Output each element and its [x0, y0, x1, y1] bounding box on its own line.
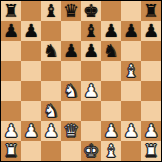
square-b4[interactable] — [21, 81, 41, 101]
square-h6[interactable] — [141, 41, 161, 61]
square-b8[interactable] — [21, 1, 41, 21]
square-b1[interactable] — [21, 141, 41, 161]
square-e6[interactable]: ♟ — [81, 41, 101, 61]
white-pawn: ♟ — [101, 121, 121, 141]
square-d7[interactable] — [61, 21, 81, 41]
square-a2[interactable]: ♟ — [1, 121, 21, 141]
square-g5[interactable]: ♝ — [121, 61, 141, 81]
black-pawn: ♟ — [81, 41, 101, 61]
white-pawn: ♟ — [121, 121, 141, 141]
white-queen: ♛ — [61, 121, 81, 141]
square-e1[interactable]: ♚ — [81, 141, 101, 161]
white-pawn: ♟ — [21, 121, 41, 141]
black-queen: ♛ — [61, 1, 81, 21]
square-h7[interactable]: ♟ — [141, 21, 161, 41]
square-f4[interactable] — [101, 81, 121, 101]
black-rook: ♜ — [141, 1, 161, 21]
square-c2[interactable]: ♟ — [41, 121, 61, 141]
black-pawn: ♟ — [121, 21, 141, 41]
black-pawn: ♟ — [21, 21, 41, 41]
square-e3[interactable] — [81, 101, 101, 121]
square-c1[interactable] — [41, 141, 61, 161]
square-a5[interactable] — [1, 61, 21, 81]
square-g4[interactable] — [121, 81, 141, 101]
square-g1[interactable] — [121, 141, 141, 161]
black-knight: ♞ — [41, 41, 61, 61]
white-bishop: ♝ — [101, 141, 121, 161]
black-pawn: ♟ — [61, 41, 81, 61]
white-king: ♚ — [81, 141, 101, 161]
square-f5[interactable] — [101, 61, 121, 81]
square-g7[interactable]: ♟ — [121, 21, 141, 41]
square-a3[interactable] — [1, 101, 21, 121]
chess-board: ♜♝♛♚♜♟♟♝♟♟♟♞♟♟♞♝♞♟♞♟♟♟♛♟♟♟♜♚♝♜ — [0, 0, 162, 162]
square-e4[interactable]: ♟ — [81, 81, 101, 101]
square-e8[interactable]: ♚ — [81, 1, 101, 21]
square-d1[interactable] — [61, 141, 81, 161]
black-rook: ♜ — [1, 1, 21, 21]
square-g6[interactable] — [121, 41, 141, 61]
square-f2[interactable]: ♟ — [101, 121, 121, 141]
white-knight: ♞ — [61, 81, 81, 101]
white-pawn: ♟ — [81, 81, 101, 101]
square-d8[interactable]: ♛ — [61, 1, 81, 21]
square-h5[interactable] — [141, 61, 161, 81]
square-e7[interactable]: ♝ — [81, 21, 101, 41]
square-h1[interactable]: ♜ — [141, 141, 161, 161]
square-c7[interactable] — [41, 21, 61, 41]
black-bishop: ♝ — [81, 21, 101, 41]
square-d2[interactable]: ♛ — [61, 121, 81, 141]
square-d6[interactable]: ♟ — [61, 41, 81, 61]
square-d4[interactable]: ♞ — [61, 81, 81, 101]
square-c5[interactable] — [41, 61, 61, 81]
black-pawn: ♟ — [101, 21, 121, 41]
square-a7[interactable]: ♟ — [1, 21, 21, 41]
square-a6[interactable] — [1, 41, 21, 61]
square-c3[interactable]: ♞ — [41, 101, 61, 121]
square-d5[interactable] — [61, 61, 81, 81]
square-e2[interactable] — [81, 121, 101, 141]
white-pawn: ♟ — [41, 121, 61, 141]
square-c4[interactable] — [41, 81, 61, 101]
square-f3[interactable] — [101, 101, 121, 121]
square-c8[interactable]: ♝ — [41, 1, 61, 21]
square-c6[interactable]: ♞ — [41, 41, 61, 61]
white-rook: ♜ — [141, 141, 161, 161]
square-b6[interactable] — [21, 41, 41, 61]
square-f1[interactable]: ♝ — [101, 141, 121, 161]
square-a4[interactable] — [1, 81, 21, 101]
black-pawn: ♟ — [141, 21, 161, 41]
black-king: ♚ — [81, 1, 101, 21]
square-h2[interactable]: ♟ — [141, 121, 161, 141]
square-a8[interactable]: ♜ — [1, 1, 21, 21]
square-f8[interactable] — [101, 1, 121, 21]
square-h4[interactable] — [141, 81, 161, 101]
square-h3[interactable] — [141, 101, 161, 121]
white-rook: ♜ — [1, 141, 21, 161]
square-g2[interactable]: ♟ — [121, 121, 141, 141]
square-e5[interactable] — [81, 61, 101, 81]
white-bishop: ♝ — [121, 61, 141, 81]
square-b7[interactable]: ♟ — [21, 21, 41, 41]
black-knight: ♞ — [101, 41, 121, 61]
square-b5[interactable] — [21, 61, 41, 81]
white-pawn: ♟ — [141, 121, 161, 141]
white-knight: ♞ — [41, 101, 61, 121]
square-f7[interactable]: ♟ — [101, 21, 121, 41]
square-d3[interactable] — [61, 101, 81, 121]
square-g3[interactable] — [121, 101, 141, 121]
black-bishop: ♝ — [41, 1, 61, 21]
square-f6[interactable]: ♞ — [101, 41, 121, 61]
white-pawn: ♟ — [1, 121, 21, 141]
square-b2[interactable]: ♟ — [21, 121, 41, 141]
black-pawn: ♟ — [1, 21, 21, 41]
square-b3[interactable] — [21, 101, 41, 121]
square-g8[interactable] — [121, 1, 141, 21]
square-h8[interactable]: ♜ — [141, 1, 161, 21]
square-a1[interactable]: ♜ — [1, 141, 21, 161]
